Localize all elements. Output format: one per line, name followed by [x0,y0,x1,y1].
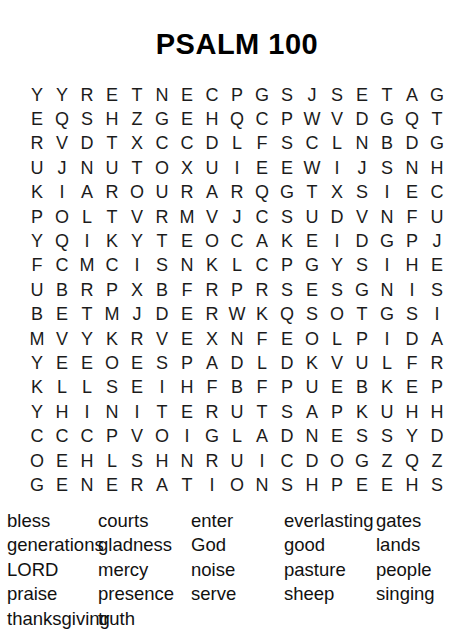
grid-cell-r2c3[interactable]: S [75,107,100,131]
grid-cell-r17c5[interactable]: R [125,473,150,497]
grid-cell-r7c4[interactable]: K [100,229,125,253]
grid-cell-r2c6[interactable]: G [150,107,175,131]
word-list-item-truth: truth [98,607,191,629]
grid-cell-r15c8[interactable]: G [200,424,225,448]
grid-cell-r7c15[interactable]: G [375,229,400,253]
grid-cell-r4c15[interactable]: S [375,156,400,180]
grid-cell-r15c3[interactable]: C [75,424,100,448]
grid-cell-r13c5[interactable]: E [125,376,150,400]
grid-cell-r1c12[interactable]: J [300,83,325,107]
grid-cell-r7c16[interactable]: P [400,229,425,253]
grid-cell-r2c10[interactable]: C [250,107,275,131]
grid-cell-r1c3[interactable]: R [75,83,100,107]
grid-cell-r14c13[interactable]: P [325,400,350,424]
grid-cell-r6c10[interactable]: C [250,205,275,229]
grid-cell-r16c5[interactable]: S [125,449,150,473]
grid-cell-r1c6[interactable]: N [150,83,175,107]
grid-cell-r14c12[interactable]: A [300,400,325,424]
grid-cell-r14c11[interactable]: S [275,400,300,424]
grid-cell-r2c1[interactable]: E [25,107,50,131]
grid-cell-r13c9[interactable]: B [225,376,250,400]
grid-cell-r9c17[interactable]: S [425,278,450,302]
grid-cell-r7c5[interactable]: Y [125,229,150,253]
grid-cell-r6c12[interactable]: U [300,205,325,229]
grid-cell-r9c2[interactable]: B [50,278,75,302]
grid-cell-r10c12[interactable]: S [300,303,325,327]
grid-cell-r3c13[interactable]: L [325,132,350,156]
grid-cell-r13c11[interactable]: P [275,376,300,400]
grid-cell-r15c17[interactable]: D [425,424,450,448]
grid-cell-r16c1[interactable]: O [25,449,50,473]
grid-cell-r1c14[interactable]: E [350,83,375,107]
grid-cell-r11c6[interactable]: V [150,327,175,351]
grid-cell-r9c16[interactable]: I [400,278,425,302]
grid-cell-r17c6[interactable]: A [150,473,175,497]
word-list-item-noise: noise [191,558,284,583]
grid-cell-r2c14[interactable]: D [350,107,375,131]
grid-cell-r17c7[interactable]: T [175,473,200,497]
grid-cell-r4c16[interactable]: N [400,156,425,180]
grid-cell-r15c13[interactable]: E [325,424,350,448]
grid-cell-r5c12[interactable]: T [300,181,325,205]
grid-cell-r8c2[interactable]: C [50,254,75,278]
grid-cell-r9c7[interactable]: F [175,278,200,302]
grid-cell-r10c11[interactable]: Q [275,303,300,327]
grid-cell-r16c15[interactable]: Z [375,449,400,473]
grid-cell-r2c11[interactable]: P [275,107,300,131]
grid-cell-r6c2[interactable]: O [50,205,75,229]
grid-cell-r10c14[interactable]: T [350,303,375,327]
grid-cell-r17c17[interactable]: S [425,473,450,497]
grid-cell-r4c4[interactable]: U [100,156,125,180]
grid-cell-r11c15[interactable]: I [375,327,400,351]
grid-cell-r2c5[interactable]: Z [125,107,150,131]
grid-cell-r12c11[interactable]: D [275,351,300,375]
grid-cell-r2c15[interactable]: G [375,107,400,131]
grid-cell-r9c11[interactable]: S [275,278,300,302]
grid-cell-r3c1[interactable]: R [25,132,50,156]
grid-cell-r17c14[interactable]: E [350,473,375,497]
grid-cell-r3c5[interactable]: X [125,132,150,156]
grid-cell-r3c12[interactable]: C [300,132,325,156]
grid-cell-r7c10[interactable]: A [250,229,275,253]
grid-cell-r9c5[interactable]: X [125,278,150,302]
grid-cell-r10c10[interactable]: K [250,303,275,327]
grid-cell-r15c7[interactable]: I [175,424,200,448]
grid-cell-r10c17[interactable]: I [425,303,450,327]
grid-cell-r10c2[interactable]: E [50,303,75,327]
grid-cell-r11c9[interactable]: N [225,327,250,351]
grid-cell-r10c16[interactable]: S [400,303,425,327]
grid-cell-r5c17[interactable]: C [425,181,450,205]
grid-cell-r8c15[interactable]: I [375,254,400,278]
grid-cell-r13c2[interactable]: L [50,376,75,400]
grid-cell-r12c2[interactable]: E [50,351,75,375]
grid-cell-r14c7[interactable]: E [175,400,200,424]
grid-cell-r11c3[interactable]: Y [75,327,100,351]
grid-cell-r3c17[interactable]: G [425,132,450,156]
grid-cell-r5c15[interactable]: I [375,181,400,205]
grid-cell-r12c13[interactable]: V [325,351,350,375]
grid-cell-r14c4[interactable]: N [100,400,125,424]
grid-cell-r13c12[interactable]: U [300,376,325,400]
grid-cell-r13c6[interactable]: I [150,376,175,400]
grid-cell-r12c1[interactable]: Y [25,351,50,375]
grid-cell-r3c11[interactable]: S [275,132,300,156]
grid-cell-r16c8[interactable]: R [200,449,225,473]
grid-cell-r2c13[interactable]: V [325,107,350,131]
grid-cell-r13c14[interactable]: B [350,376,375,400]
grid-cell-r5c5[interactable]: O [125,181,150,205]
grid-cell-r1c2[interactable]: Y [50,83,75,107]
grid-cell-r13c10[interactable]: F [250,376,275,400]
grid-cell-r1c17[interactable]: G [425,83,450,107]
grid-cell-r14c15[interactable]: U [375,400,400,424]
grid-cell-r4c2[interactable]: J [50,156,75,180]
grid-cell-r10c3[interactable]: T [75,303,100,327]
grid-cell-r9c13[interactable]: S [325,278,350,302]
grid-cell-r11c8[interactable]: X [200,327,225,351]
grid-cell-r9c6[interactable]: B [150,278,175,302]
grid-cell-r10c8[interactable]: R [200,303,225,327]
grid-cell-r4c9[interactable]: I [225,156,250,180]
grid-cell-r3c7[interactable]: C [175,132,200,156]
grid-cell-r1c10[interactable]: G [250,83,275,107]
grid-cell-r3c3[interactable]: D [75,132,100,156]
grid-cell-r9c15[interactable]: N [375,278,400,302]
grid-cell-r6c13[interactable]: D [325,205,350,229]
grid-cell-r11c5[interactable]: R [125,327,150,351]
grid-cell-r4c14[interactable]: J [350,156,375,180]
grid-cell-r17c15[interactable]: E [375,473,400,497]
grid-cell-r13c4[interactable]: S [100,376,125,400]
grid-cell-r14c16[interactable]: H [400,400,425,424]
grid-cell-r12c15[interactable]: L [375,351,400,375]
grid-cell-r10c7[interactable]: E [175,303,200,327]
grid-cell-r11c1[interactable]: M [25,327,50,351]
grid-cell-r8c3[interactable]: M [75,254,100,278]
grid-cell-r13c17[interactable]: P [425,376,450,400]
grid-cell-r6c11[interactable]: S [275,205,300,229]
grid-cell-r4c13[interactable]: I [325,156,350,180]
grid-cell-r7c11[interactable]: K [275,229,300,253]
grid-cell-r3c15[interactable]: B [375,132,400,156]
grid-cell-r5c9[interactable]: R [225,181,250,205]
grid-cell-r12c17[interactable]: R [425,351,450,375]
grid-cell-r16c17[interactable]: Z [425,449,450,473]
grid-cell-r12c5[interactable]: E [125,351,150,375]
grid-cell-r8c17[interactable]: E [425,254,450,278]
grid-cell-r4c6[interactable]: O [150,156,175,180]
grid-cell-r4c17[interactable]: H [425,156,450,180]
grid-cell-r17c16[interactable]: H [400,473,425,497]
grid-cell-r14c6[interactable]: T [150,400,175,424]
grid-cell-r2c17[interactable]: T [425,107,450,131]
grid-cell-r11c13[interactable]: L [325,327,350,351]
grid-cell-r15c2[interactable]: C [50,424,75,448]
grid-cell-r14c1[interactable]: Y [25,400,50,424]
grid-cell-r16c9[interactable]: U [225,449,250,473]
grid-cell-r7c1[interactable]: Y [25,229,50,253]
grid-cell-r14c9[interactable]: U [225,400,250,424]
grid-cell-r5c10[interactable]: Q [250,181,275,205]
grid-cell-r6c16[interactable]: F [400,205,425,229]
grid-cell-r2c8[interactable]: H [200,107,225,131]
grid-cell-r1c1[interactable]: Y [25,83,50,107]
grid-cell-r16c10[interactable]: I [250,449,275,473]
grid-cell-r14c10[interactable]: T [250,400,275,424]
grid-cell-r9c4[interactable]: P [100,278,125,302]
grid-cell-r12c7[interactable]: P [175,351,200,375]
grid-cell-r17c1[interactable]: G [25,473,50,497]
grid-cell-r15c9[interactable]: L [225,424,250,448]
grid-cell-r10c4[interactable]: M [100,303,125,327]
grid-cell-r14c2[interactable]: H [50,400,75,424]
grid-cell-r5c11[interactable]: G [275,181,300,205]
grid-cell-r4c5[interactable]: T [125,156,150,180]
grid-cell-r8c5[interactable]: I [125,254,150,278]
grid-cell-r17c4[interactable]: E [100,473,125,497]
grid-cell-r7c6[interactable]: T [150,229,175,253]
grid-cell-r6c7[interactable]: M [175,205,200,229]
grid-cell-r7c3[interactable]: I [75,229,100,253]
grid-cell-r16c12[interactable]: D [300,449,325,473]
grid-cell-r13c15[interactable]: K [375,376,400,400]
grid-cell-r3c6[interactable]: C [150,132,175,156]
grid-cell-r15c1[interactable]: C [25,424,50,448]
grid-cell-r6c6[interactable]: R [150,205,175,229]
grid-cell-r11c4[interactable]: K [100,327,125,351]
grid-cell-r11c11[interactable]: E [275,327,300,351]
grid-cell-r16c14[interactable]: G [350,449,375,473]
grid-cell-r4c3[interactable]: N [75,156,100,180]
grid-cell-r11c2[interactable]: V [50,327,75,351]
grid-cell-r17c2[interactable]: E [50,473,75,497]
grid-cell-r16c6[interactable]: H [150,449,175,473]
grid-cell-r12c9[interactable]: D [225,351,250,375]
grid-cell-r12c14[interactable]: U [350,351,375,375]
grid-cell-r6c8[interactable]: V [200,205,225,229]
grid-cell-r3c2[interactable]: V [50,132,75,156]
grid-cell-r17c12[interactable]: H [300,473,325,497]
grid-cell-r10c15[interactable]: G [375,303,400,327]
grid-cell-r1c9[interactable]: P [225,83,250,107]
grid-cell-r12c16[interactable]: F [400,351,425,375]
grid-cell-r13c16[interactable]: E [400,376,425,400]
grid-cell-r5c1[interactable]: K [25,181,50,205]
word-list-item-thanksgiving: thanksgiving [7,607,98,629]
grid-cell-r1c7[interactable]: E [175,83,200,107]
grid-cell-r1c5[interactable]: T [125,83,150,107]
grid-cell-r7c14[interactable]: D [350,229,375,253]
grid-cell-r11c14[interactable]: P [350,327,375,351]
grid-cell-r17c11[interactable]: S [275,473,300,497]
grid-cell-r2c4[interactable]: H [100,107,125,131]
grid-cell-r9c1[interactable]: U [25,278,50,302]
grid-cell-r2c2[interactable]: Q [50,107,75,131]
grid-cell-r5c13[interactable]: X [325,181,350,205]
grid-cell-r3c9[interactable]: L [225,132,250,156]
grid-cell-r7c2[interactable]: Q [50,229,75,253]
grid-cell-r15c15[interactable]: S [375,424,400,448]
grid-cell-r9c14[interactable]: G [350,278,375,302]
grid-cell-r2c16[interactable]: Q [400,107,425,131]
grid-cell-r4c10[interactable]: E [250,156,275,180]
grid-cell-r3c16[interactable]: D [400,132,425,156]
grid-cell-r12c3[interactable]: E [75,351,100,375]
grid-cell-r16c11[interactable]: C [275,449,300,473]
grid-cell-r11c16[interactable]: D [400,327,425,351]
grid-cell-r9c9[interactable]: P [225,278,250,302]
grid-cell-r9c3[interactable]: R [75,278,100,302]
grid-cell-r16c4[interactable]: L [100,449,125,473]
grid-cell-r14c5[interactable]: I [125,400,150,424]
grid-cell-r4c7[interactable]: X [175,156,200,180]
grid-cell-r15c14[interactable]: S [350,424,375,448]
grid-cell-r8c16[interactable]: H [400,254,425,278]
grid-cell-r11c17[interactable]: A [425,327,450,351]
grid-cell-r7c9[interactable]: C [225,229,250,253]
grid-cell-r13c3[interactable]: L [75,376,100,400]
grid-cell-r6c15[interactable]: N [375,205,400,229]
grid-cell-r2c9[interactable]: Q [225,107,250,131]
grid-cell-r16c13[interactable]: O [325,449,350,473]
grid-cell-r11c10[interactable]: F [250,327,275,351]
grid-cell-r3c4[interactable]: T [100,132,125,156]
grid-cell-r8c12[interactable]: G [300,254,325,278]
grid-cell-r6c17[interactable]: U [425,205,450,229]
grid-cell-r1c13[interactable]: S [325,83,350,107]
word-list-item-god: God [191,533,284,558]
grid-cell-r5c8[interactable]: A [200,181,225,205]
grid-cell-r10c5[interactable]: J [125,303,150,327]
grid-cell-r7c8[interactable]: O [200,229,225,253]
grid-cell-r7c17[interactable]: J [425,229,450,253]
grid-cell-r11c7[interactable]: E [175,327,200,351]
grid-cell-r8c11[interactable]: P [275,254,300,278]
grid-cell-r13c7[interactable]: H [175,376,200,400]
grid-cell-r13c1[interactable]: K [25,376,50,400]
grid-cell-r1c15[interactable]: T [375,83,400,107]
grid-cell-r8c13[interactable]: Y [325,254,350,278]
grid-cell-r14c17[interactable]: H [425,400,450,424]
grid-cell-r13c8[interactable]: F [200,376,225,400]
grid-cell-r6c5[interactable]: V [125,205,150,229]
grid-cell-r8c6[interactable]: S [150,254,175,278]
grid-cell-r3c14[interactable]: N [350,132,375,156]
grid-cell-r1c4[interactable]: E [100,83,125,107]
grid-cell-r15c4[interactable]: P [100,424,125,448]
grid-cell-r15c16[interactable]: Y [400,424,425,448]
grid-cell-r4c1[interactable]: U [25,156,50,180]
grid-cell-r6c9[interactable]: J [225,205,250,229]
grid-cell-r8c9[interactable]: L [225,254,250,278]
grid-cell-r17c13[interactable]: P [325,473,350,497]
word-list-item-presence: presence [98,582,191,607]
grid-cell-r14c3[interactable]: I [75,400,100,424]
grid-cell-r3c10[interactable]: F [250,132,275,156]
grid-cell-r8c14[interactable]: S [350,254,375,278]
grid-cell-r16c2[interactable]: E [50,449,75,473]
grid-cell-r9c8[interactable]: R [200,278,225,302]
grid-cell-r7c7[interactable]: E [175,229,200,253]
grid-cell-r5c14[interactable]: S [350,181,375,205]
grid-cell-r1c16[interactable]: A [400,83,425,107]
grid-cell-r15c11[interactable]: D [275,424,300,448]
grid-cell-r10c9[interactable]: W [225,303,250,327]
grid-cell-r7c12[interactable]: E [300,229,325,253]
grid-cell-r5c6[interactable]: U [150,181,175,205]
grid-cell-r5c7[interactable]: R [175,181,200,205]
grid-cell-r15c12[interactable]: N [300,424,325,448]
grid-cell-r9c10[interactable]: R [250,278,275,302]
grid-cell-r4c11[interactable]: E [275,156,300,180]
grid-cell-r15c10[interactable]: A [250,424,275,448]
grid-cell-r15c6[interactable]: O [150,424,175,448]
grid-cell-r8c4[interactable]: C [100,254,125,278]
grid-cell-r17c9[interactable]: O [225,473,250,497]
word-list-item-everlasting: everlasting [284,509,376,534]
grid-cell-r17c10[interactable]: N [250,473,275,497]
grid-cell-r1c11[interactable]: S [275,83,300,107]
grid-cell-r12c8[interactable]: A [200,351,225,375]
grid-cell-r10c1[interactable]: B [25,303,50,327]
grid-cell-r16c16[interactable]: Q [400,449,425,473]
grid-cell-r5c2[interactable]: I [50,181,75,205]
grid-cell-r6c3[interactable]: L [75,205,100,229]
grid-cell-r11c12[interactable]: O [300,327,325,351]
grid-cell-r5c3[interactable]: A [75,181,100,205]
grid-cell-r8c1[interactable]: F [25,254,50,278]
grid-cell-r14c14[interactable]: K [350,400,375,424]
grid-cell-r6c14[interactable]: V [350,205,375,229]
word-list-item-pasture: pasture [284,558,376,583]
word-search-page: PSALM 100 YYRETNECPGSJSETAGEQSHZGEHQCPWV… [0,0,474,629]
grid-cell-r8c7[interactable]: N [175,254,200,278]
grid-cell-r12c6[interactable]: S [150,351,175,375]
word-list-item-gates: gates [376,509,474,534]
grid-cell-r12c4[interactable]: O [100,351,125,375]
grid-cell-r1c8[interactable]: C [200,83,225,107]
grid-cell-r12c10[interactable]: L [250,351,275,375]
grid-cell-r16c7[interactable]: N [175,449,200,473]
grid-cell-r12c12[interactable]: K [300,351,325,375]
grid-cell-r8c10[interactable]: C [250,254,275,278]
grid-cell-r14c8[interactable]: R [200,400,225,424]
grid-cell-r3c8[interactable]: D [200,132,225,156]
grid-cell-r4c12[interactable]: W [300,156,325,180]
grid-cell-r9c12[interactable]: E [300,278,325,302]
grid-cell-r16c3[interactable]: H [75,449,100,473]
grid-cell-r4c8[interactable]: U [200,156,225,180]
grid-cell-r17c8[interactable]: I [200,473,225,497]
grid-cell-r2c12[interactable]: W [300,107,325,131]
grid-cell-r5c16[interactable]: E [400,181,425,205]
word-list-item-lands: lands [376,533,474,558]
grid-cell-r8c8[interactable]: K [200,254,225,278]
grid-cell-r15c5[interactable]: V [125,424,150,448]
word-list-item-mercy: mercy [98,558,191,583]
grid-cell-r6c1[interactable]: P [25,205,50,229]
grid-cell-r2c7[interactable]: E [175,107,200,131]
grid-cell-r10c13[interactable]: O [325,303,350,327]
grid-cell-r6c4[interactable]: T [100,205,125,229]
grid-cell-r7c13[interactable]: I [325,229,350,253]
grid-cell-r13c13[interactable]: E [325,376,350,400]
grid-cell-r17c3[interactable]: N [75,473,100,497]
grid-cell-r5c4[interactable]: R [100,181,125,205]
grid-cell-r10c6[interactable]: D [150,303,175,327]
